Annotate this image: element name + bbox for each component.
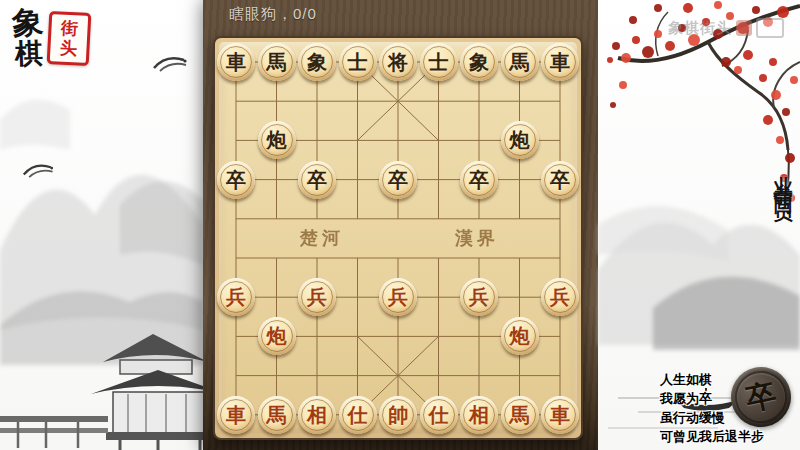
piece-black-general[interactable]: 将 xyxy=(379,43,417,81)
piece-ring: 仕 xyxy=(342,399,374,431)
piece-ring: 車 xyxy=(220,46,252,78)
piece-character: 仕 xyxy=(429,405,449,425)
quote-line: 人生如棋 xyxy=(660,370,764,389)
piece-black-elephant[interactable]: 象 xyxy=(460,43,498,81)
stamp-char-jie: 街 xyxy=(61,19,79,39)
screenshot-root: 象 棋 街 头 瞎眼狗，0/0 楚河漢界 車馬象士将士象馬車炮炮卒卒卒卒卒兵兵兵… xyxy=(0,0,800,450)
game-panel: 瞎眼狗，0/0 楚河漢界 車馬象士将士象馬車炮炮卒卒卒卒卒兵兵兵兵兵炮炮車馬相仕… xyxy=(203,0,598,450)
piece-ring: 車 xyxy=(544,399,576,431)
piece-ring: 車 xyxy=(544,46,576,78)
piece-character: 馬 xyxy=(267,52,287,72)
piece-character: 馬 xyxy=(267,405,287,425)
piece-character: 車 xyxy=(226,52,246,72)
piece-red-horse[interactable]: 馬 xyxy=(258,396,296,434)
piece-red-soldier[interactable]: 兵 xyxy=(460,278,498,316)
piece-ring: 将 xyxy=(382,46,414,78)
piece-ring: 炮 xyxy=(261,124,293,156)
piece-red-soldier[interactable]: 兵 xyxy=(541,278,579,316)
piece-character: 象 xyxy=(307,52,327,72)
piece-character: 卒 xyxy=(307,170,327,190)
piece-black-cannon[interactable]: 炮 xyxy=(258,121,296,159)
piece-character: 士 xyxy=(348,52,368,72)
piece-ring: 兵 xyxy=(382,281,414,313)
piece-ring: 炮 xyxy=(261,320,293,352)
piece-character: 炮 xyxy=(510,326,530,346)
piece-black-chariot[interactable]: 車 xyxy=(217,43,255,81)
piece-ring: 兵 xyxy=(301,281,333,313)
piece-black-cannon[interactable]: 炮 xyxy=(501,121,539,159)
piece-red-elephant[interactable]: 相 xyxy=(460,396,498,434)
piece-red-elephant[interactable]: 相 xyxy=(298,396,336,434)
piece-character: 象 xyxy=(469,52,489,72)
piece-character: 兵 xyxy=(550,287,570,307)
piece-black-soldier[interactable]: 卒 xyxy=(298,161,336,199)
piece-ring: 車 xyxy=(220,399,252,431)
red-seal-stamp: 街 头 xyxy=(47,11,92,66)
xiangqi-board[interactable]: 楚河漢界 車馬象士将士象馬車炮炮卒卒卒卒卒兵兵兵兵兵炮炮車馬相仕帥仕相馬車 xyxy=(213,36,583,440)
piece-red-chariot[interactable]: 車 xyxy=(541,396,579,434)
crane-icon xyxy=(24,166,53,178)
piece-character: 兵 xyxy=(469,287,489,307)
piece-ring: 卒 xyxy=(220,164,252,196)
piece-ring: 士 xyxy=(342,46,374,78)
piece-character: 卒 xyxy=(226,170,246,190)
piece-ring: 馬 xyxy=(504,399,536,431)
piece-ring: 仕 xyxy=(423,399,455,431)
logo-char-qi: 棋 xyxy=(14,35,43,74)
street-chess-logo: 象 棋 街 头 xyxy=(6,2,106,114)
piece-character: 馬 xyxy=(510,52,530,72)
board-pieces-layer: 車馬象士将士象馬車炮炮卒卒卒卒卒兵兵兵兵兵炮炮車馬相仕帥仕相馬車 xyxy=(215,38,581,438)
piece-ring: 兵 xyxy=(463,281,495,313)
piece-character: 兵 xyxy=(307,287,327,307)
piece-black-soldier[interactable]: 卒 xyxy=(217,161,255,199)
piece-character: 相 xyxy=(307,405,327,425)
watermark-live-badge-icon xyxy=(756,18,784,38)
piece-ring: 炮 xyxy=(504,320,536,352)
piece-character: 帥 xyxy=(388,405,408,425)
piece-red-cannon[interactable]: 炮 xyxy=(258,317,296,355)
piece-character: 卒 xyxy=(469,170,489,190)
piece-character: 仕 xyxy=(348,405,368,425)
piece-character: 卒 xyxy=(388,170,408,190)
piece-red-horse[interactable]: 馬 xyxy=(501,396,539,434)
life-quote: 人生如棋 我愿为卒 虽行动缓慢 可曾见我后退半步 xyxy=(660,370,764,446)
piece-red-chariot[interactable]: 車 xyxy=(217,396,255,434)
piece-character: 兵 xyxy=(226,287,246,307)
piece-black-horse[interactable]: 馬 xyxy=(258,43,296,81)
piece-black-horse[interactable]: 馬 xyxy=(501,43,539,81)
quote-line: 虽行动缓慢 xyxy=(660,408,764,427)
watermark-text: 象棋街头 xyxy=(668,19,732,38)
piece-black-elephant[interactable]: 象 xyxy=(298,43,336,81)
stamp-char-tou: 头 xyxy=(59,38,77,58)
piece-black-soldier[interactable]: 卒 xyxy=(541,161,579,199)
piece-ring: 馬 xyxy=(504,46,536,78)
piece-character: 卒 xyxy=(550,170,570,190)
piece-red-advisor[interactable]: 仕 xyxy=(420,396,458,434)
piece-red-soldier[interactable]: 兵 xyxy=(217,278,255,316)
piece-ring: 相 xyxy=(463,399,495,431)
vertical-caption: 业叁守門员 xyxy=(770,160,796,195)
piece-black-soldier[interactable]: 卒 xyxy=(460,161,498,199)
piece-ring: 馬 xyxy=(261,399,293,431)
pavilion-house xyxy=(0,334,203,450)
piece-ring: 帥 xyxy=(382,399,414,431)
quote-line: 可曾见我后退半步 xyxy=(660,427,764,446)
piece-ring: 象 xyxy=(301,46,333,78)
piece-character: 車 xyxy=(226,405,246,425)
piece-character: 相 xyxy=(469,405,489,425)
piece-character: 将 xyxy=(388,52,408,72)
channel-watermark: 象棋街头 xyxy=(668,18,784,38)
opponent-name: 瞎眼狗 xyxy=(229,5,277,22)
piece-character: 車 xyxy=(550,52,570,72)
piece-character: 馬 xyxy=(510,405,530,425)
piece-ring: 士 xyxy=(423,46,455,78)
right-ink-panel: 象棋街头 业叁守門员 卒 人生如棋 我愿为卒 虽行动缓慢 可曾见我后退半步 xyxy=(598,0,800,450)
piece-character: 炮 xyxy=(267,130,287,150)
left-ink-panel: 象 棋 街 头 xyxy=(0,0,203,450)
piece-character: 炮 xyxy=(510,130,530,150)
piece-ring: 馬 xyxy=(261,46,293,78)
quote-line: 我愿为卒 xyxy=(660,389,764,408)
piece-ring: 卒 xyxy=(382,164,414,196)
piece-character: 炮 xyxy=(267,326,287,346)
piece-ring: 兵 xyxy=(220,281,252,313)
watermark-red-badge-icon xyxy=(736,20,752,36)
piece-ring: 卒 xyxy=(463,164,495,196)
piece-red-soldier[interactable]: 兵 xyxy=(379,278,417,316)
piece-black-advisor[interactable]: 士 xyxy=(339,43,377,81)
piece-ring: 象 xyxy=(463,46,495,78)
piece-ring: 相 xyxy=(301,399,333,431)
player-bar: 瞎眼狗，0/0 xyxy=(229,5,317,24)
piece-character: 士 xyxy=(429,52,449,72)
piece-ring: 兵 xyxy=(544,281,576,313)
piece-ring: 炮 xyxy=(504,124,536,156)
piece-red-advisor[interactable]: 仕 xyxy=(339,396,377,434)
piece-black-advisor[interactable]: 士 xyxy=(420,43,458,81)
score-counter: ，0/0 xyxy=(277,5,317,22)
piece-character: 兵 xyxy=(388,287,408,307)
piece-ring: 卒 xyxy=(301,164,333,196)
crane-icon xyxy=(154,58,187,71)
piece-red-cannon[interactable]: 炮 xyxy=(501,317,539,355)
piece-red-soldier[interactable]: 兵 xyxy=(298,278,336,316)
piece-black-chariot[interactable]: 車 xyxy=(541,43,579,81)
piece-character: 車 xyxy=(550,405,570,425)
piece-ring: 卒 xyxy=(544,164,576,196)
piece-black-soldier[interactable]: 卒 xyxy=(379,161,417,199)
piece-red-general[interactable]: 帥 xyxy=(379,396,417,434)
